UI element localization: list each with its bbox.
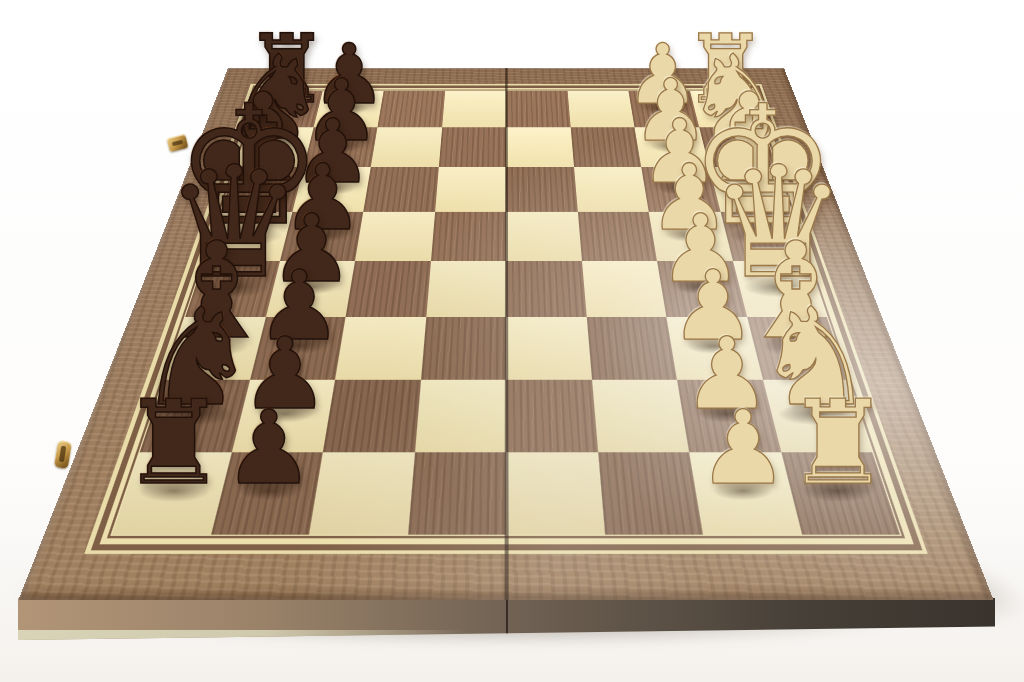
- square-g2: [634, 127, 708, 167]
- square-b3: [591, 380, 689, 452]
- clasp-slot: [59, 446, 66, 463]
- square-b6: [323, 380, 421, 452]
- square-a4: [506, 452, 605, 535]
- square-e3: [577, 211, 657, 261]
- square-b5: [414, 380, 506, 452]
- square-b7: [231, 380, 335, 452]
- square-f8: [221, 167, 304, 211]
- square-h5: [442, 91, 506, 127]
- square-d3: [582, 261, 667, 317]
- square-e5: [431, 211, 507, 261]
- square-e4: [506, 211, 582, 261]
- square-c3: [586, 317, 677, 380]
- square-d6: [346, 261, 431, 317]
- square-a7: [210, 452, 322, 535]
- square-d5: [426, 261, 506, 317]
- square-g1: [699, 127, 777, 167]
- square-e6: [355, 211, 435, 261]
- square-h2: [628, 91, 698, 127]
- square-f2: [641, 167, 720, 211]
- square-a3: [598, 452, 703, 535]
- square-e7: [280, 211, 364, 261]
- square-d7: [265, 261, 355, 317]
- clasp-slot: [172, 140, 184, 147]
- square-c4: [506, 317, 591, 380]
- brass-clasp-bottom: [54, 440, 72, 469]
- square-c6: [335, 317, 426, 380]
- square-g3: [570, 127, 641, 167]
- square-h4: [506, 91, 570, 127]
- square-e8: [204, 211, 292, 261]
- square-f4: [506, 167, 577, 211]
- square-h8: [249, 91, 322, 127]
- square-c5: [421, 317, 506, 380]
- square-h3: [567, 91, 634, 127]
- square-a5: [407, 452, 506, 535]
- square-h6: [378, 91, 445, 127]
- square-h1: [690, 91, 763, 127]
- square-g4: [506, 127, 574, 167]
- square-h7: [313, 91, 383, 127]
- square-g6: [371, 127, 442, 167]
- chessboard: [19, 68, 994, 600]
- square-f1: [709, 167, 792, 211]
- square-f7: [292, 167, 371, 211]
- square-g8: [236, 127, 314, 167]
- square-b4: [506, 380, 598, 452]
- brass-clasp-top: [167, 134, 189, 152]
- square-g7: [303, 127, 377, 167]
- square-g5: [438, 127, 506, 167]
- square-f5: [435, 167, 506, 211]
- square-d4: [506, 261, 586, 317]
- square-f3: [574, 167, 649, 211]
- square-e2: [649, 211, 733, 261]
- square-c7: [250, 317, 346, 380]
- square-f6: [363, 167, 438, 211]
- square-d2: [657, 261, 747, 317]
- square-a6: [309, 452, 414, 535]
- chess-set-photo: ♜♟♟♜♞♟♟♞♝♟♟♝♚♟♟♚♛♟♟♛♝♟♟♝♞♟♟♞♜♟♟♜: [0, 0, 1024, 682]
